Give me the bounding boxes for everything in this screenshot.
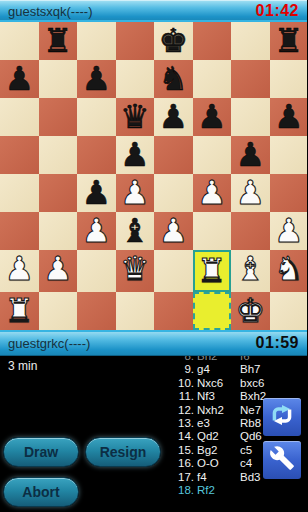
square-c5[interactable]	[77, 136, 116, 174]
square-h7[interactable]	[270, 60, 308, 98]
square-e4[interactable]	[154, 174, 193, 212]
white-pawn[interactable]: ♟	[231, 174, 270, 212]
black-pawn[interactable]: ♟	[77, 174, 116, 212]
move-row: 9.g4Bh7	[172, 363, 280, 376]
square-b5[interactable]	[39, 136, 78, 174]
square-a6[interactable]	[0, 98, 39, 136]
mv-num: 17.	[172, 471, 194, 484]
black-rook[interactable]: ♜	[270, 22, 308, 60]
square-b6[interactable]	[39, 98, 78, 136]
white-pawn[interactable]: ♟	[39, 250, 78, 292]
square-d4[interactable]: ♟	[116, 174, 155, 212]
square-f8[interactable]	[193, 22, 232, 60]
square-f5[interactable]	[193, 136, 232, 174]
square-f6[interactable]: ♟	[193, 98, 232, 136]
square-g2[interactable]: ♝	[231, 250, 270, 292]
square-f2[interactable]: ♜	[193, 250, 232, 292]
white-rook[interactable]: ♜	[0, 292, 39, 330]
white-queen[interactable]: ♛	[116, 250, 155, 292]
square-d1[interactable]	[116, 292, 155, 330]
square-h3[interactable]: ♟	[270, 212, 308, 250]
player-clock: 01:59	[256, 334, 299, 352]
white-pawn[interactable]: ♟	[77, 212, 116, 250]
square-a3[interactable]	[0, 212, 39, 250]
mv-white: g4	[197, 363, 237, 376]
mv-num: 18.	[172, 484, 194, 497]
square-b8[interactable]: ♜	[39, 22, 78, 60]
black-king[interactable]: ♚	[154, 22, 193, 60]
resign-button[interactable]: Resign	[85, 437, 161, 467]
square-h1[interactable]	[270, 292, 308, 330]
mv-black: f6	[240, 356, 280, 363]
square-a2[interactable]: ♟	[0, 250, 39, 292]
draw-button[interactable]: Draw	[3, 437, 79, 467]
mv-white: O-O	[197, 457, 237, 470]
square-e7[interactable]: ♞	[154, 60, 193, 98]
black-pawn[interactable]: ♟	[231, 136, 270, 174]
opponent-bar: guestsxqk(----) 01:42	[0, 0, 307, 22]
square-d6[interactable]: ♛	[116, 98, 155, 136]
square-g7[interactable]	[231, 60, 270, 98]
square-a1[interactable]: ♜	[0, 292, 39, 330]
opponent-name: guestsxqk(----)	[8, 4, 93, 19]
mv-num: 11.	[172, 390, 194, 403]
black-pawn[interactable]: ♟	[154, 98, 193, 136]
square-g5[interactable]: ♟	[231, 136, 270, 174]
white-bishop[interactable]: ♝	[231, 250, 270, 292]
white-knight[interactable]: ♞	[270, 250, 308, 292]
square-g1[interactable]: ♚	[231, 292, 270, 330]
mv-num: 13.	[172, 417, 194, 430]
square-c8[interactable]	[77, 22, 116, 60]
black-knight[interactable]: ♞	[154, 60, 193, 98]
square-f4[interactable]: ♟	[193, 174, 232, 212]
black-pawn[interactable]: ♟	[270, 98, 308, 136]
black-pawn[interactable]: ♟	[193, 98, 232, 136]
square-b1[interactable]	[39, 292, 78, 330]
mv-num: 12.	[172, 404, 194, 417]
black-pawn[interactable]: ♟	[0, 60, 39, 98]
mv-num: 8.	[172, 356, 194, 363]
white-king[interactable]: ♚	[231, 292, 270, 330]
square-c4[interactable]: ♟	[77, 174, 116, 212]
move-row: 8.Bh2f6	[172, 356, 280, 363]
square-h6[interactable]: ♟	[270, 98, 308, 136]
white-pawn[interactable]: ♟	[154, 212, 193, 250]
square-e6[interactable]: ♟	[154, 98, 193, 136]
square-g8[interactable]	[231, 22, 270, 60]
mv-white: Rf2	[197, 484, 237, 497]
square-h5[interactable]	[270, 136, 308, 174]
move-row: 10.Nxc6bxc6	[172, 377, 280, 390]
square-h2[interactable]: ♞	[270, 250, 308, 292]
square-b7[interactable]	[39, 60, 78, 98]
square-c3[interactable]: ♟	[77, 212, 116, 250]
square-d2[interactable]: ♛	[116, 250, 155, 292]
square-e1[interactable]	[154, 292, 193, 330]
black-bishop[interactable]: ♝	[116, 212, 155, 250]
mv-white: Nxc6	[197, 377, 237, 390]
opponent-clock: 01:42	[256, 2, 299, 20]
square-h4[interactable]	[270, 174, 308, 212]
square-e8[interactable]: ♚	[154, 22, 193, 60]
mv-num: 10.	[172, 377, 194, 390]
square-d5[interactable]: ♟	[116, 136, 155, 174]
chess-board[interactable]: ♜♚♜♟♟♞♛♟♟♟♟♟♟♟♟♟♟♝♟♟♟♟♛♜♝♞♜♚	[0, 22, 307, 330]
square-a4[interactable]	[0, 174, 39, 212]
square-d3[interactable]: ♝	[116, 212, 155, 250]
settings-button[interactable]	[263, 441, 301, 479]
square-g4[interactable]: ♟	[231, 174, 270, 212]
square-d8[interactable]	[116, 22, 155, 60]
mv-num: 9.	[172, 363, 194, 376]
square-e5[interactable]	[154, 136, 193, 174]
square-e2[interactable]	[154, 250, 193, 292]
white-pawn[interactable]: ♟	[0, 250, 39, 292]
white-pawn[interactable]: ♟	[193, 174, 232, 212]
mv-num: 14.	[172, 430, 194, 443]
mv-black	[240, 484, 280, 497]
white-pawn[interactable]: ♟	[270, 212, 308, 250]
square-b4[interactable]	[39, 174, 78, 212]
white-pawn[interactable]: ♟	[116, 174, 155, 212]
mv-white: Bg2	[197, 444, 237, 457]
square-b2[interactable]: ♟	[39, 250, 78, 292]
square-a7[interactable]: ♟	[0, 60, 39, 98]
square-d7[interactable]	[116, 60, 155, 98]
mv-white: e3	[197, 417, 237, 430]
mv-white: Bh2	[197, 356, 237, 363]
black-pawn[interactable]: ♟	[77, 60, 116, 98]
mv-white: Qd2	[197, 430, 237, 443]
player-bar: guestgrkc(----) 01:59	[0, 330, 307, 356]
mv-num: 15.	[172, 444, 194, 457]
square-e3[interactable]: ♟	[154, 212, 193, 250]
mv-white: f4	[197, 471, 237, 484]
square-b3[interactable]	[39, 212, 78, 250]
mv-black: bxc6	[240, 377, 280, 390]
square-g3[interactable]	[231, 212, 270, 250]
square-f1[interactable]	[193, 292, 232, 330]
time-control-label: 3 min	[8, 359, 37, 373]
square-a8[interactable]	[0, 22, 39, 60]
mv-num: 16.	[172, 457, 194, 470]
flip-board-button[interactable]	[263, 398, 301, 436]
square-f7[interactable]	[193, 60, 232, 98]
mv-black: Bh7	[240, 363, 280, 376]
square-c1[interactable]	[77, 292, 116, 330]
square-h8[interactable]: ♜	[270, 22, 308, 60]
chess-app: guestsxqk(----) 01:42 ♜♚♜♟♟♞♛♟♟♟♟♟♟♟♟♟♟♝…	[0, 0, 307, 512]
square-a5[interactable]	[0, 136, 39, 174]
mv-white: Nxh2	[197, 404, 237, 417]
square-c6[interactable]	[77, 98, 116, 136]
square-c2[interactable]	[77, 250, 116, 292]
square-g6[interactable]	[231, 98, 270, 136]
black-rook[interactable]: ♜	[39, 22, 78, 60]
wrench-icon	[269, 445, 295, 475]
square-f3[interactable]	[193, 212, 232, 250]
black-pawn[interactable]: ♟	[116, 136, 155, 174]
mv-white: Nf3	[197, 390, 237, 403]
flip-icon	[269, 402, 295, 432]
abort-button[interactable]: Abort	[3, 477, 79, 507]
black-queen[interactable]: ♛	[116, 98, 155, 136]
game-panel: 3 min 8.Bh2f69.g4Bh710.Nxc6bxc611.Nf3Bxh…	[0, 356, 307, 512]
square-c7[interactable]: ♟	[77, 60, 116, 98]
player-name: guestgrkc(----)	[8, 336, 90, 351]
move-row: 18.Rf2	[172, 484, 280, 497]
white-rook[interactable]: ♜	[195, 252, 230, 290]
